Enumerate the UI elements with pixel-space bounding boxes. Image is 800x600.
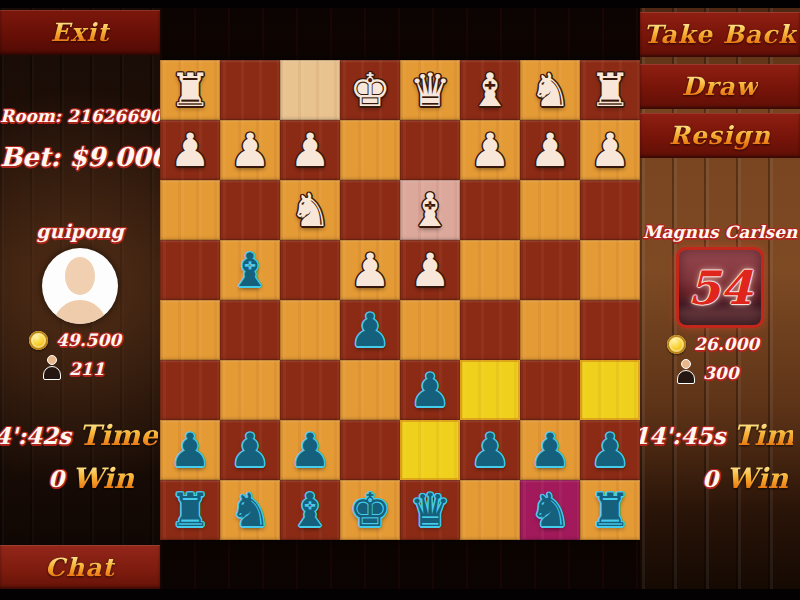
square-d1[interactable]: ♛ bbox=[400, 60, 460, 120]
player2-avatar-number: 54 bbox=[688, 261, 752, 315]
right-sidebar: Take Back Draw Resign Magnus Carlsen 54 … bbox=[640, 0, 800, 600]
square-d4[interactable]: ♟ bbox=[400, 240, 460, 300]
player2-timer-label: Time bbox=[734, 419, 794, 452]
square-f8[interactable]: ♝ bbox=[280, 480, 340, 540]
piece-bR-h8: ♜ bbox=[169, 481, 210, 539]
square-b7[interactable]: ♟ bbox=[520, 420, 580, 480]
square-h6[interactable] bbox=[160, 360, 220, 420]
square-g8[interactable]: ♞ bbox=[220, 480, 280, 540]
square-b4[interactable] bbox=[520, 240, 580, 300]
piece-bP-h7: ♟ bbox=[169, 421, 210, 479]
square-g3[interactable] bbox=[220, 180, 280, 240]
chess-board: ♜♚♛♝♞♜♟♟♟♟♟♟♞♝♝♟♟♟♟♟♟♟♟♟♟♜♞♝♚♛♞♜ bbox=[160, 60, 640, 540]
square-e6[interactable] bbox=[340, 360, 400, 420]
player1-wins-label: Win bbox=[72, 462, 134, 495]
square-a1[interactable]: ♜ bbox=[580, 60, 640, 120]
player1-count-value: 211 bbox=[69, 359, 105, 379]
square-b1[interactable]: ♞ bbox=[520, 60, 580, 120]
piece-wP-h2: ♟ bbox=[169, 121, 210, 179]
square-f4[interactable] bbox=[280, 240, 340, 300]
chat-button[interactable]: Chat bbox=[0, 545, 160, 589]
take-back-button-label: Take Back bbox=[643, 20, 796, 49]
square-a5[interactable] bbox=[580, 300, 640, 360]
player2-name: Magnus Carlsen bbox=[640, 222, 800, 242]
square-c3[interactable] bbox=[460, 180, 520, 240]
player1-wins-value: 0 bbox=[48, 465, 64, 492]
square-c6[interactable] bbox=[460, 360, 520, 420]
square-e7[interactable] bbox=[340, 420, 400, 480]
piece-wP-b2: ♟ bbox=[529, 121, 570, 179]
square-a2[interactable]: ♟ bbox=[580, 120, 640, 180]
resign-button[interactable]: Resign bbox=[640, 113, 800, 158]
square-e2[interactable] bbox=[340, 120, 400, 180]
square-c4[interactable] bbox=[460, 240, 520, 300]
piece-wB-d3: ♝ bbox=[409, 181, 450, 239]
square-a7[interactable]: ♟ bbox=[580, 420, 640, 480]
square-a3[interactable] bbox=[580, 180, 640, 240]
square-c1[interactable]: ♝ bbox=[460, 60, 520, 120]
person-icon bbox=[677, 359, 695, 386]
square-c2[interactable]: ♟ bbox=[460, 120, 520, 180]
piece-wP-a2: ♟ bbox=[589, 121, 630, 179]
piece-bP-a7: ♟ bbox=[589, 421, 630, 479]
square-h7[interactable]: ♟ bbox=[160, 420, 220, 480]
coin-icon bbox=[29, 331, 48, 350]
draw-button[interactable]: Draw bbox=[640, 64, 800, 109]
square-g7[interactable]: ♟ bbox=[220, 420, 280, 480]
bottom-black-strip bbox=[0, 589, 800, 600]
player2-wins: 0 Win bbox=[640, 458, 800, 498]
piece-wB-c1: ♝ bbox=[469, 61, 510, 119]
piece-bP-f7: ♟ bbox=[289, 421, 330, 479]
square-h4[interactable] bbox=[160, 240, 220, 300]
piece-wQ-d1: ♛ bbox=[409, 61, 450, 119]
piece-wP-d4: ♟ bbox=[409, 241, 450, 299]
room-number-label: Room: 2162669025 bbox=[0, 106, 160, 126]
piece-bP-b7: ♟ bbox=[529, 421, 570, 479]
player2-count-row: 300 bbox=[677, 359, 739, 386]
square-d8[interactable]: ♛ bbox=[400, 480, 460, 540]
square-e3[interactable] bbox=[340, 180, 400, 240]
square-e5[interactable]: ♟ bbox=[340, 300, 400, 360]
piece-bP-d6: ♟ bbox=[409, 361, 450, 419]
draw-button-label: Draw bbox=[682, 72, 759, 101]
player2-coins-row: 26.000 bbox=[667, 334, 759, 354]
top-black-strip bbox=[0, 0, 800, 8]
player1-timer: 14':42s Time bbox=[0, 415, 160, 455]
piece-wP-g2: ♟ bbox=[229, 121, 270, 179]
coin-icon bbox=[667, 335, 686, 354]
square-b6[interactable] bbox=[520, 360, 580, 420]
piece-bB-f8: ♝ bbox=[289, 481, 330, 539]
square-c5[interactable] bbox=[460, 300, 520, 360]
game-window: Exit Room: 2162669025 Bet: $9.000 guipon… bbox=[0, 0, 800, 600]
square-b2[interactable]: ♟ bbox=[520, 120, 580, 180]
square-e8[interactable]: ♚ bbox=[340, 480, 400, 540]
exit-button-label: Exit bbox=[50, 18, 109, 47]
piece-wP-e4: ♟ bbox=[349, 241, 390, 299]
player2-avatar: 54 bbox=[676, 247, 764, 328]
square-h1[interactable]: ♜ bbox=[160, 60, 220, 120]
square-d5[interactable] bbox=[400, 300, 460, 360]
piece-wN-b1: ♞ bbox=[529, 61, 570, 119]
exit-button[interactable]: Exit bbox=[0, 10, 160, 55]
piece-bP-c7: ♟ bbox=[469, 421, 510, 479]
piece-wR-h1: ♜ bbox=[169, 61, 210, 119]
square-g4[interactable]: ♝ bbox=[220, 240, 280, 300]
square-d7[interactable] bbox=[400, 420, 460, 480]
square-c7[interactable]: ♟ bbox=[460, 420, 520, 480]
player2-coins-value: 26.000 bbox=[694, 334, 759, 354]
player1-coins-row: 49.500 bbox=[29, 330, 121, 350]
square-f6[interactable] bbox=[280, 360, 340, 420]
piece-wN-f3: ♞ bbox=[289, 181, 330, 239]
square-d2[interactable] bbox=[400, 120, 460, 180]
square-h3[interactable] bbox=[160, 180, 220, 240]
square-h2[interactable]: ♟ bbox=[160, 120, 220, 180]
player2-wins-value: 0 bbox=[702, 465, 718, 492]
square-e1[interactable]: ♚ bbox=[340, 60, 400, 120]
player1-coins-value: 49.500 bbox=[56, 330, 121, 350]
piece-wK-e1: ♚ bbox=[349, 61, 390, 119]
square-b5[interactable] bbox=[520, 300, 580, 360]
piece-bK-e8: ♚ bbox=[349, 481, 390, 539]
square-g1[interactable] bbox=[220, 60, 280, 120]
square-g5[interactable] bbox=[220, 300, 280, 360]
square-f5[interactable] bbox=[280, 300, 340, 360]
square-f3[interactable]: ♞ bbox=[280, 180, 340, 240]
piece-wR-a1: ♜ bbox=[589, 61, 630, 119]
resign-button-label: Resign bbox=[669, 121, 771, 150]
player1-timer-label: Time bbox=[79, 419, 158, 452]
player1-wins: 0 Win bbox=[0, 458, 160, 498]
square-d3[interactable]: ♝ bbox=[400, 180, 460, 240]
avatar-silhouette-body bbox=[53, 300, 107, 324]
square-d6[interactable]: ♟ bbox=[400, 360, 460, 420]
square-a8[interactable]: ♜ bbox=[580, 480, 640, 540]
square-a4[interactable] bbox=[580, 240, 640, 300]
player1-avatar bbox=[42, 248, 118, 324]
player1-count-row: 211 bbox=[43, 355, 105, 382]
square-b8[interactable]: ♞ bbox=[520, 480, 580, 540]
person-icon bbox=[43, 355, 61, 382]
player2-wins-label: Win bbox=[726, 462, 788, 495]
avatar-silhouette-head bbox=[65, 257, 95, 295]
square-a6[interactable] bbox=[580, 360, 640, 420]
square-h8[interactable]: ♜ bbox=[160, 480, 220, 540]
player2-count-value: 300 bbox=[703, 363, 739, 383]
player1-name: guipong bbox=[0, 220, 160, 242]
piece-wP-f2: ♟ bbox=[289, 121, 330, 179]
square-f7[interactable]: ♟ bbox=[280, 420, 340, 480]
board-area: ♜♚♛♝♞♜♟♟♟♟♟♟♞♝♝♟♟♟♟♟♟♟♟♟♟♜♞♝♚♛♞♜ bbox=[160, 0, 640, 600]
square-h5[interactable] bbox=[160, 300, 220, 360]
piece-bP-g7: ♟ bbox=[229, 421, 270, 479]
player2-timer-value: 14':45s bbox=[640, 422, 726, 449]
piece-bN-g8: ♞ bbox=[229, 481, 270, 539]
player1-timer-value: 14':42s bbox=[0, 422, 71, 449]
take-back-button[interactable]: Take Back bbox=[640, 12, 800, 57]
piece-bN-b8: ♞ bbox=[529, 481, 570, 539]
piece-wP-c2: ♟ bbox=[469, 121, 510, 179]
square-b3[interactable] bbox=[520, 180, 580, 240]
left-sidebar: Exit Room: 2162669025 Bet: $9.000 guipon… bbox=[0, 0, 160, 600]
piece-bP-e5: ♟ bbox=[349, 301, 390, 359]
square-f1[interactable] bbox=[280, 60, 340, 120]
square-c8[interactable] bbox=[460, 480, 520, 540]
square-g2[interactable]: ♟ bbox=[220, 120, 280, 180]
square-f2[interactable]: ♟ bbox=[280, 120, 340, 180]
chat-button-label: Chat bbox=[45, 553, 115, 582]
piece-bR-a8: ♜ bbox=[589, 481, 630, 539]
square-e4[interactable]: ♟ bbox=[340, 240, 400, 300]
square-g6[interactable] bbox=[220, 360, 280, 420]
piece-bQ-d8: ♛ bbox=[409, 481, 450, 539]
piece-bB-g4: ♝ bbox=[229, 241, 270, 299]
player2-timer: 14':45s Time bbox=[640, 415, 793, 455]
bet-amount-label: Bet: $9.000 bbox=[0, 142, 160, 172]
